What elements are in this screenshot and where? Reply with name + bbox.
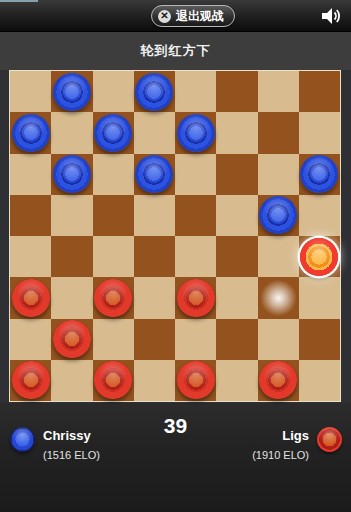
board-cell[interactable] (93, 71, 134, 112)
blue-piece[interactable] (53, 73, 91, 111)
board-cell[interactable] (299, 319, 340, 360)
turn-status-bar: 轮到红方下 (0, 32, 351, 70)
board-cell[interactable] (299, 195, 340, 236)
board-cell[interactable] (216, 319, 257, 360)
blue-piece[interactable] (53, 155, 91, 193)
blue-piece[interactable] (177, 114, 215, 152)
board-cell[interactable] (51, 360, 92, 401)
board-cell[interactable] (134, 154, 175, 195)
speaker-icon (319, 4, 343, 28)
board-cell[interactable] (216, 277, 257, 318)
board-cell[interactable] (258, 71, 299, 112)
player-right: Ligs (1910 ELO) (252, 425, 342, 461)
board-cell[interactable] (216, 360, 257, 401)
board-cell[interactable] (134, 360, 175, 401)
board-cell[interactable] (93, 277, 134, 318)
board-cell[interactable] (134, 112, 175, 153)
turn-status-text: 轮到红方下 (141, 42, 211, 60)
board-cell[interactable] (51, 154, 92, 195)
board-cell[interactable] (10, 236, 51, 277)
board-cell[interactable] (93, 360, 134, 401)
board-cell[interactable] (299, 360, 340, 401)
player-right-rating: (1910 ELO) (252, 449, 309, 461)
board-cell[interactable] (10, 360, 51, 401)
checkers-board (9, 70, 341, 402)
board-cell[interactable] (51, 319, 92, 360)
red-piece[interactable] (12, 361, 50, 399)
board-cell[interactable] (299, 236, 340, 277)
board-cell[interactable] (51, 195, 92, 236)
player-left-name: Chrissy (43, 428, 100, 443)
red-piece[interactable] (177, 361, 215, 399)
sound-toggle-button[interactable] (318, 3, 344, 29)
red-player-chip-icon (317, 427, 342, 452)
board-cell[interactable] (10, 277, 51, 318)
player-left: Chrissy (1516 ELO) (10, 425, 100, 461)
board-cell[interactable] (51, 112, 92, 153)
board-cell[interactable] (93, 112, 134, 153)
board-cell[interactable] (175, 112, 216, 153)
board-cell[interactable] (216, 154, 257, 195)
board-cell[interactable] (134, 195, 175, 236)
board-cell[interactable] (216, 112, 257, 153)
board-cell[interactable] (299, 277, 340, 318)
board-cell[interactable] (258, 319, 299, 360)
board-cell[interactable] (134, 277, 175, 318)
red-piece[interactable] (259, 361, 297, 399)
move-hint-glow (258, 277, 299, 318)
board-cell[interactable] (175, 71, 216, 112)
statusbar-remnant (0, 0, 38, 2)
board-cell[interactable] (10, 154, 51, 195)
board-cell[interactable] (299, 71, 340, 112)
board-cell[interactable] (10, 195, 51, 236)
red-piece[interactable] (177, 279, 215, 317)
player-left-rating: (1516 ELO) (43, 449, 100, 461)
blue-piece[interactable] (300, 155, 338, 193)
board-cell[interactable] (93, 236, 134, 277)
app-screen: ✕ 退出观战 轮到红方下 39 Chrissy (1516 ELO) (0, 0, 351, 512)
board-cell[interactable] (258, 277, 299, 318)
board-cell[interactable] (93, 319, 134, 360)
board-cell[interactable] (216, 195, 257, 236)
player-right-name: Ligs (252, 428, 309, 443)
board-cell[interactable] (51, 236, 92, 277)
board-cell[interactable] (299, 112, 340, 153)
board-cell[interactable] (258, 195, 299, 236)
board-cell[interactable] (258, 112, 299, 153)
board-cell[interactable] (216, 236, 257, 277)
blue-piece[interactable] (94, 114, 132, 152)
red-piece[interactable] (12, 279, 50, 317)
board-cell[interactable] (299, 154, 340, 195)
board-cell[interactable] (93, 154, 134, 195)
selected-red-piece[interactable] (300, 238, 338, 276)
top-action-bar: ✕ 退出观战 (0, 0, 351, 32)
board-cell[interactable] (175, 195, 216, 236)
board-cell[interactable] (134, 71, 175, 112)
board-cell[interactable] (93, 195, 134, 236)
board-cell[interactable] (134, 236, 175, 277)
board-cell[interactable] (51, 277, 92, 318)
board-cell[interactable] (134, 319, 175, 360)
board-cell[interactable] (258, 236, 299, 277)
board-cell[interactable] (51, 71, 92, 112)
red-piece[interactable] (53, 320, 91, 358)
board-cell[interactable] (10, 71, 51, 112)
red-piece[interactable] (94, 279, 132, 317)
board-cell[interactable] (175, 236, 216, 277)
players-panel: 39 Chrissy (1516 ELO) Ligs (1910 ELO) (0, 403, 351, 512)
board-cell[interactable] (175, 360, 216, 401)
board-cell[interactable] (258, 154, 299, 195)
board-section (0, 70, 351, 403)
board-cell[interactable] (258, 360, 299, 401)
red-piece[interactable] (94, 361, 132, 399)
blue-piece[interactable] (135, 155, 173, 193)
blue-piece[interactable] (135, 73, 173, 111)
board-cell[interactable] (175, 154, 216, 195)
board-cell[interactable] (175, 277, 216, 318)
circle-x-icon: ✕ (158, 10, 171, 23)
exit-spectate-button[interactable]: ✕ 退出观战 (151, 5, 235, 27)
blue-piece[interactable] (259, 196, 297, 234)
blue-piece[interactable] (12, 114, 50, 152)
board-cell[interactable] (10, 112, 51, 153)
blue-player-chip-icon (10, 427, 35, 452)
exit-button-label: 退出观战 (176, 8, 224, 25)
board-cell[interactable] (216, 71, 257, 112)
board-cell[interactable] (175, 319, 216, 360)
board-cell[interactable] (10, 319, 51, 360)
